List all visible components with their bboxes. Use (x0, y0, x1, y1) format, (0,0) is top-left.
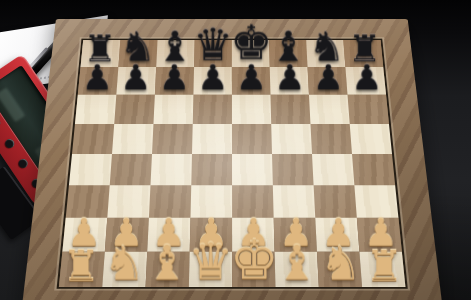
square-a5[interactable] (72, 124, 114, 154)
square-d6[interactable] (193, 95, 232, 124)
piece-white-knight[interactable]: ♞ (103, 242, 145, 286)
square-f6[interactable] (270, 95, 310, 124)
piece-white-queen[interactable]: ♛ (188, 238, 234, 286)
square-f7[interactable]: ♟ (270, 67, 309, 95)
square-c5[interactable] (152, 124, 193, 154)
square-d1[interactable]: ♛ (189, 252, 232, 287)
piece-white-bishop[interactable]: ♝ (146, 241, 189, 286)
square-h4[interactable] (352, 154, 395, 185)
square-g7[interactable]: ♟ (308, 67, 348, 95)
chess-board: ♜♞♝♛♚♝♞♜♟♟♟♟♟♟♟♟♟♟♟♟♟♟♟♟♜♞♝♛♚♝♞♜ (21, 19, 444, 300)
square-f1[interactable]: ♝ (275, 252, 319, 287)
square-b6[interactable] (114, 95, 155, 124)
clock-button[interactable] (3, 137, 15, 149)
square-g4[interactable] (312, 154, 354, 185)
square-e6[interactable] (232, 95, 271, 124)
piece-black-pawn[interactable]: ♟ (274, 61, 305, 94)
square-h1[interactable]: ♜ (359, 252, 405, 287)
piece-black-pawn[interactable]: ♟ (159, 61, 190, 94)
piece-black-pawn[interactable]: ♟ (82, 61, 113, 94)
board-perspective-scene: ♜♞♝♛♚♝♞♜♟♟♟♟♟♟♟♟♟♟♟♟♟♟♟♟♜♞♝♛♚♝♞♜ (15, 0, 445, 300)
square-g6[interactable] (309, 95, 350, 124)
square-e7[interactable]: ♟ (232, 67, 271, 95)
square-e4[interactable] (232, 154, 273, 185)
square-g5[interactable] (310, 124, 352, 154)
piece-white-king[interactable]: ♚ (230, 235, 279, 286)
square-b7[interactable]: ♟ (116, 67, 156, 95)
square-f4[interactable] (272, 154, 314, 185)
piece-black-pawn[interactable]: ♟ (197, 61, 228, 94)
square-g1[interactable]: ♞ (317, 252, 362, 287)
square-h7[interactable]: ♟ (345, 67, 386, 95)
piece-black-pawn[interactable]: ♟ (120, 61, 151, 94)
piece-white-bishop[interactable]: ♝ (276, 241, 319, 286)
square-a4[interactable] (69, 154, 112, 185)
square-f5[interactable] (271, 124, 312, 154)
square-c4[interactable] (150, 154, 192, 185)
clock-button[interactable] (0, 117, 2, 129)
photo-scene: ♜♞♝♛♚♝♞♜♟♟♟♟♟♟♟♟♟♟♟♟♟♟♟♟♜♞♝♛♚♝♞♜ (0, 0, 471, 300)
square-d7[interactable]: ♟ (193, 67, 232, 95)
square-c7[interactable]: ♟ (155, 67, 194, 95)
piece-black-pawn[interactable]: ♟ (351, 61, 382, 94)
square-b5[interactable] (112, 124, 153, 154)
square-a1[interactable]: ♜ (59, 252, 105, 287)
square-b1[interactable]: ♞ (102, 252, 147, 287)
square-h5[interactable] (350, 124, 392, 154)
square-c1[interactable]: ♝ (146, 252, 190, 287)
square-h6[interactable] (348, 95, 389, 124)
square-a6[interactable] (75, 95, 116, 124)
square-d5[interactable] (192, 124, 232, 154)
square-e5[interactable] (232, 124, 272, 154)
square-e1[interactable]: ♚ (232, 252, 275, 287)
piece-white-rook[interactable]: ♜ (62, 246, 100, 286)
piece-black-pawn[interactable]: ♟ (236, 61, 267, 94)
piece-white-rook[interactable]: ♜ (365, 246, 403, 286)
square-b4[interactable] (110, 154, 152, 185)
board-grid: ♜♞♝♛♚♝♞♜♟♟♟♟♟♟♟♟♟♟♟♟♟♟♟♟♜♞♝♛♚♝♞♜ (59, 40, 405, 287)
square-a7[interactable]: ♟ (78, 67, 119, 95)
piece-black-pawn[interactable]: ♟ (313, 61, 344, 94)
square-c6[interactable] (153, 95, 193, 124)
square-d4[interactable] (191, 154, 232, 185)
piece-white-knight[interactable]: ♞ (320, 242, 362, 286)
